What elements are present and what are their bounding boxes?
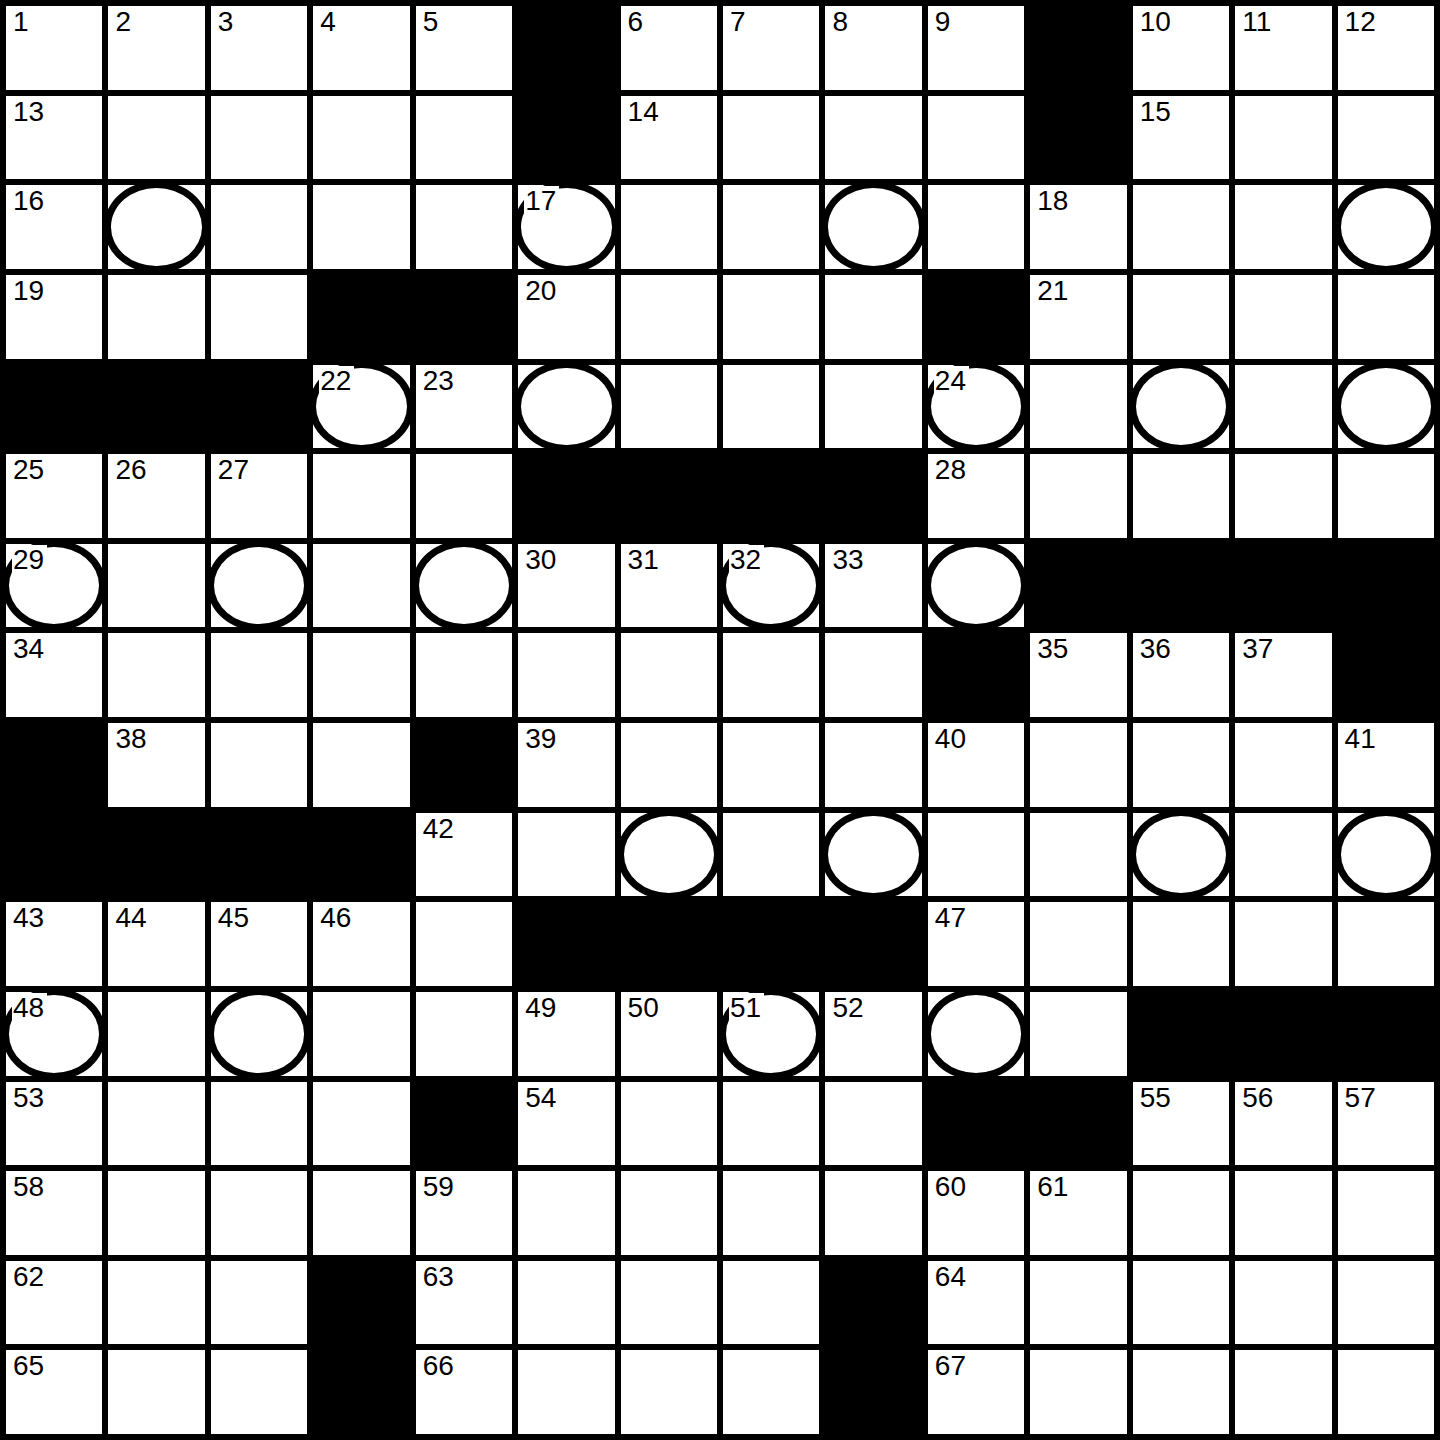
block-cell xyxy=(621,902,717,986)
letter-cell[interactable]: 52 xyxy=(825,992,921,1076)
block-cell xyxy=(825,902,921,986)
block-cell xyxy=(1030,544,1126,628)
block-cell xyxy=(1133,544,1229,628)
letter-cell[interactable] xyxy=(518,1350,614,1434)
letter-cell[interactable] xyxy=(108,544,204,628)
block-cell xyxy=(416,275,512,359)
block-cell xyxy=(1338,544,1434,628)
letter-cell[interactable]: 14 xyxy=(621,96,717,180)
clue-number: 11 xyxy=(1241,7,1274,38)
letter-cell[interactable] xyxy=(621,1082,717,1166)
clue-number: 3 xyxy=(217,7,237,38)
letter-cell[interactable] xyxy=(416,902,512,986)
letter-cell[interactable]: 26 xyxy=(108,454,204,538)
letter-cell[interactable] xyxy=(1338,454,1434,538)
letter-cell[interactable]: 47 xyxy=(928,902,1024,986)
clue-number: 1 xyxy=(12,7,32,38)
clue-number: 2 xyxy=(114,7,134,38)
letter-cell[interactable] xyxy=(313,185,409,269)
clue-number: 40 xyxy=(934,724,969,755)
clue-number: 28 xyxy=(934,455,969,486)
clue-number: 17 xyxy=(524,186,559,217)
letter-cell[interactable] xyxy=(1133,723,1229,807)
letter-cell[interactable]: 13 xyxy=(6,96,102,180)
letter-cell[interactable]: 33 xyxy=(825,544,921,628)
letter-cell[interactable]: 55 xyxy=(1133,1082,1229,1166)
letter-cell[interactable] xyxy=(621,723,717,807)
clue-number: 61 xyxy=(1036,1172,1071,1203)
letter-cell[interactable] xyxy=(211,96,307,180)
letter-cell[interactable] xyxy=(1338,185,1434,269)
clue-number: 55 xyxy=(1139,1083,1174,1114)
clue-number: 48 xyxy=(12,993,47,1024)
clue-number: 16 xyxy=(12,186,47,217)
letter-cell[interactable]: 45 xyxy=(211,902,307,986)
letter-cell[interactable] xyxy=(313,544,409,628)
letter-cell[interactable] xyxy=(621,633,717,717)
block-cell xyxy=(1235,544,1331,628)
circle-marker xyxy=(1129,809,1233,901)
letter-cell[interactable] xyxy=(108,1171,204,1255)
letter-cell[interactable] xyxy=(1235,454,1331,538)
clue-number: 5 xyxy=(422,7,442,38)
letter-cell[interactable]: 28 xyxy=(928,454,1024,538)
letter-cell[interactable] xyxy=(928,185,1024,269)
letter-cell[interactable] xyxy=(1235,1171,1331,1255)
letter-cell[interactable] xyxy=(313,633,409,717)
letter-cell[interactable]: 25 xyxy=(6,454,102,538)
letter-cell[interactable] xyxy=(108,96,204,180)
letter-cell[interactable] xyxy=(211,1082,307,1166)
circle-marker xyxy=(924,540,1028,632)
letter-cell[interactable] xyxy=(1338,275,1434,359)
block-cell xyxy=(825,1261,921,1345)
letter-cell[interactable]: 38 xyxy=(108,723,204,807)
letter-cell[interactable] xyxy=(1338,1171,1434,1255)
letter-cell[interactable] xyxy=(1133,1261,1229,1345)
clue-number: 31 xyxy=(627,545,662,576)
clue-number: 52 xyxy=(831,993,866,1024)
letter-cell[interactable] xyxy=(1338,813,1434,897)
block-cell xyxy=(313,813,409,897)
circle-marker xyxy=(821,181,925,273)
block-cell xyxy=(313,1350,409,1434)
letter-cell[interactable] xyxy=(1030,1350,1126,1434)
circle-marker xyxy=(104,181,208,273)
clue-number: 47 xyxy=(934,903,969,934)
letter-cell[interactable] xyxy=(928,813,1024,897)
block-cell xyxy=(211,813,307,897)
clue-number: 18 xyxy=(1036,186,1071,217)
clue-number: 20 xyxy=(524,276,559,307)
letter-cell[interactable]: 49 xyxy=(518,992,614,1076)
letter-cell[interactable] xyxy=(825,275,921,359)
letter-cell[interactable] xyxy=(108,185,204,269)
clue-number: 41 xyxy=(1344,724,1379,755)
letter-cell[interactable] xyxy=(825,813,921,897)
clue-number: 66 xyxy=(422,1351,457,1382)
letter-cell[interactable] xyxy=(621,365,717,449)
letter-cell[interactable] xyxy=(1235,275,1331,359)
letter-cell[interactable]: 62 xyxy=(6,1261,102,1345)
letter-cell[interactable]: 21 xyxy=(1030,275,1126,359)
letter-cell[interactable] xyxy=(1338,365,1434,449)
letter-cell[interactable] xyxy=(928,544,1024,628)
clue-number: 27 xyxy=(217,455,252,486)
block-cell xyxy=(518,454,614,538)
clue-number: 12 xyxy=(1344,7,1379,38)
block-cell xyxy=(313,275,409,359)
letter-cell[interactable] xyxy=(211,1171,307,1255)
letter-cell[interactable] xyxy=(211,992,307,1076)
letter-cell[interactable] xyxy=(518,365,614,449)
letter-cell[interactable] xyxy=(621,185,717,269)
letter-cell[interactable]: 51 xyxy=(723,992,819,1076)
letter-cell[interactable] xyxy=(1133,813,1229,897)
letter-cell[interactable]: 12 xyxy=(1338,6,1434,90)
letter-cell[interactable] xyxy=(723,1171,819,1255)
letter-cell[interactable] xyxy=(108,633,204,717)
letter-cell[interactable] xyxy=(313,992,409,1076)
letter-cell[interactable] xyxy=(211,185,307,269)
letter-cell[interactable] xyxy=(313,96,409,180)
letter-cell[interactable] xyxy=(621,1261,717,1345)
circle-marker xyxy=(1129,361,1233,453)
letter-cell[interactable]: 5 xyxy=(416,6,512,90)
letter-cell[interactable] xyxy=(1235,185,1331,269)
block-cell xyxy=(313,1261,409,1345)
circle-marker xyxy=(1334,809,1438,901)
block-cell xyxy=(518,6,614,90)
letter-cell[interactable] xyxy=(1030,992,1126,1076)
letter-cell[interactable]: 66 xyxy=(416,1350,512,1434)
block-cell xyxy=(825,454,921,538)
letter-cell[interactable] xyxy=(518,633,614,717)
crossword-board: 1234567891011121314151617181920212223242… xyxy=(0,0,1440,1440)
letter-cell[interactable] xyxy=(1133,1350,1229,1434)
clue-number: 56 xyxy=(1241,1083,1276,1114)
block-cell xyxy=(6,723,102,807)
block-cell xyxy=(1030,96,1126,180)
letter-cell[interactable] xyxy=(108,1261,204,1345)
clue-number: 46 xyxy=(319,903,354,934)
circle-marker xyxy=(1334,361,1438,453)
block-cell xyxy=(825,1350,921,1434)
block-cell xyxy=(211,365,307,449)
letter-cell[interactable]: 50 xyxy=(621,992,717,1076)
letter-cell[interactable]: 11 xyxy=(1235,6,1331,90)
letter-cell[interactable]: 27 xyxy=(211,454,307,538)
letter-cell[interactable]: 64 xyxy=(928,1261,1024,1345)
clue-number: 62 xyxy=(12,1262,47,1293)
letter-cell[interactable] xyxy=(1030,454,1126,538)
letter-cell[interactable]: 7 xyxy=(723,6,819,90)
circle-marker xyxy=(821,809,925,901)
letter-cell[interactable]: 18 xyxy=(1030,185,1126,269)
letter-cell[interactable]: 30 xyxy=(518,544,614,628)
letter-cell[interactable]: 67 xyxy=(928,1350,1024,1434)
letter-cell[interactable]: 23 xyxy=(416,365,512,449)
clue-number: 63 xyxy=(422,1262,457,1293)
letter-cell[interactable]: 41 xyxy=(1338,723,1434,807)
block-cell xyxy=(518,96,614,180)
clue-number: 25 xyxy=(12,455,47,486)
letter-cell[interactable]: 16 xyxy=(6,185,102,269)
letter-cell[interactable]: 8 xyxy=(825,6,921,90)
clue-number: 39 xyxy=(524,724,559,755)
letter-cell[interactable] xyxy=(825,365,921,449)
clue-number: 36 xyxy=(1139,634,1174,665)
letter-cell[interactable] xyxy=(1338,902,1434,986)
letter-cell[interactable] xyxy=(1030,813,1126,897)
block-cell xyxy=(108,365,204,449)
clue-number: 30 xyxy=(524,545,559,576)
letter-cell[interactable] xyxy=(1030,723,1126,807)
letter-cell[interactable]: 60 xyxy=(928,1171,1024,1255)
letter-cell[interactable] xyxy=(928,992,1024,1076)
clue-number: 13 xyxy=(12,97,47,128)
letter-cell[interactable]: 35 xyxy=(1030,633,1126,717)
clue-number: 59 xyxy=(422,1172,457,1203)
block-cell xyxy=(621,454,717,538)
letter-cell[interactable]: 22 xyxy=(313,365,409,449)
circle-marker xyxy=(1334,181,1438,273)
letter-cell[interactable] xyxy=(723,275,819,359)
letter-cell[interactable] xyxy=(1133,1171,1229,1255)
clue-number: 24 xyxy=(934,366,969,397)
clue-number: 49 xyxy=(524,993,559,1024)
letter-cell[interactable] xyxy=(108,1082,204,1166)
clue-number: 32 xyxy=(729,545,764,576)
letter-cell[interactable] xyxy=(1235,902,1331,986)
letter-cell[interactable]: 37 xyxy=(1235,633,1331,717)
letter-cell[interactable] xyxy=(416,96,512,180)
block-cell xyxy=(1133,992,1229,1076)
letter-cell[interactable]: 24 xyxy=(928,365,1024,449)
letter-cell[interactable] xyxy=(825,1171,921,1255)
clue-number: 44 xyxy=(114,903,149,934)
clue-number: 35 xyxy=(1036,634,1071,665)
letter-cell[interactable] xyxy=(416,185,512,269)
letter-cell[interactable] xyxy=(416,454,512,538)
letter-cell[interactable] xyxy=(723,1261,819,1345)
letter-cell[interactable]: 34 xyxy=(6,633,102,717)
clue-number: 60 xyxy=(934,1172,969,1203)
letter-cell[interactable]: 6 xyxy=(621,6,717,90)
block-cell xyxy=(1338,992,1434,1076)
clue-number: 34 xyxy=(12,634,47,665)
letter-cell[interactable] xyxy=(1030,902,1126,986)
block-cell xyxy=(416,723,512,807)
letter-cell[interactable] xyxy=(313,1082,409,1166)
letter-cell[interactable]: 39 xyxy=(518,723,614,807)
block-cell xyxy=(108,813,204,897)
letter-cell[interactable] xyxy=(723,365,819,449)
letter-cell[interactable]: 1 xyxy=(6,6,102,90)
clue-number: 64 xyxy=(934,1262,969,1293)
letter-cell[interactable]: 20 xyxy=(518,275,614,359)
letter-cell[interactable] xyxy=(1133,365,1229,449)
letter-cell[interactable] xyxy=(621,275,717,359)
letter-cell[interactable]: 44 xyxy=(108,902,204,986)
letter-cell[interactable] xyxy=(825,185,921,269)
letter-cell[interactable] xyxy=(1235,813,1331,897)
letter-cell[interactable]: 10 xyxy=(1133,6,1229,90)
clue-number: 4 xyxy=(319,7,339,38)
clue-number: 10 xyxy=(1139,7,1174,38)
block-cell xyxy=(518,902,614,986)
letter-cell[interactable] xyxy=(211,1350,307,1434)
clue-number: 65 xyxy=(12,1351,47,1382)
block-cell xyxy=(928,1082,1024,1166)
letter-cell[interactable]: 56 xyxy=(1235,1082,1331,1166)
letter-cell[interactable]: 29 xyxy=(6,544,102,628)
letter-cell[interactable]: 15 xyxy=(1133,96,1229,180)
letter-cell[interactable] xyxy=(211,1261,307,1345)
clue-number: 57 xyxy=(1344,1083,1379,1114)
clue-number: 33 xyxy=(831,545,866,576)
letter-cell[interactable] xyxy=(518,1261,614,1345)
clue-number: 53 xyxy=(12,1083,47,1114)
clue-number: 14 xyxy=(627,97,662,128)
clue-number: 29 xyxy=(12,545,47,576)
letter-cell[interactable] xyxy=(416,992,512,1076)
letter-cell[interactable] xyxy=(1235,1261,1331,1345)
letter-cell[interactable] xyxy=(928,96,1024,180)
letter-cell[interactable] xyxy=(1338,96,1434,180)
block-cell xyxy=(1235,992,1331,1076)
letter-cell[interactable]: 36 xyxy=(1133,633,1229,717)
block-cell xyxy=(1030,1082,1126,1166)
letter-cell[interactable]: 57 xyxy=(1338,1082,1434,1166)
clue-number: 37 xyxy=(1241,634,1276,665)
clue-number: 26 xyxy=(114,455,149,486)
circle-marker xyxy=(412,540,516,632)
letter-cell[interactable] xyxy=(313,723,409,807)
letter-cell[interactable] xyxy=(621,1350,717,1434)
letter-cell[interactable]: 42 xyxy=(416,813,512,897)
clue-number: 9 xyxy=(934,7,954,38)
letter-cell[interactable] xyxy=(723,813,819,897)
letter-cell[interactable] xyxy=(211,633,307,717)
letter-cell[interactable] xyxy=(723,96,819,180)
clue-number: 23 xyxy=(422,366,457,397)
letter-cell[interactable]: 9 xyxy=(928,6,1024,90)
clue-number: 50 xyxy=(627,993,662,1024)
block-cell xyxy=(1338,633,1434,717)
letter-cell[interactable] xyxy=(825,723,921,807)
letter-cell[interactable]: 61 xyxy=(1030,1171,1126,1255)
letter-cell[interactable]: 48 xyxy=(6,992,102,1076)
clue-number: 21 xyxy=(1036,276,1071,307)
letter-cell[interactable] xyxy=(108,275,204,359)
block-cell xyxy=(416,1082,512,1166)
circle-marker xyxy=(207,988,311,1080)
letter-cell[interactable] xyxy=(621,813,717,897)
letter-cell[interactable]: 46 xyxy=(313,902,409,986)
circle-marker xyxy=(514,361,618,453)
letter-cell[interactable] xyxy=(723,1350,819,1434)
letter-cell[interactable] xyxy=(1235,723,1331,807)
letter-cell[interactable]: 4 xyxy=(313,6,409,90)
block-cell xyxy=(928,633,1024,717)
letter-cell[interactable] xyxy=(723,1082,819,1166)
letter-cell[interactable] xyxy=(1133,454,1229,538)
letter-cell[interactable] xyxy=(1235,1350,1331,1434)
letter-cell[interactable]: 32 xyxy=(723,544,819,628)
letter-cell[interactable]: 53 xyxy=(6,1082,102,1166)
letter-cell[interactable] xyxy=(1133,275,1229,359)
letter-cell[interactable] xyxy=(723,723,819,807)
letter-cell[interactable] xyxy=(518,1171,614,1255)
clue-number: 67 xyxy=(934,1351,969,1382)
letter-cell[interactable] xyxy=(416,633,512,717)
letter-cell[interactable] xyxy=(1030,365,1126,449)
letter-cell[interactable] xyxy=(1235,96,1331,180)
letter-cell[interactable]: 63 xyxy=(416,1261,512,1345)
block-cell xyxy=(723,902,819,986)
letter-cell[interactable] xyxy=(621,1171,717,1255)
block-cell xyxy=(928,275,1024,359)
letter-cell[interactable] xyxy=(211,544,307,628)
letter-cell[interactable] xyxy=(108,1350,204,1434)
letter-cell[interactable] xyxy=(825,96,921,180)
letter-cell[interactable]: 65 xyxy=(6,1350,102,1434)
letter-cell[interactable] xyxy=(211,723,307,807)
letter-cell[interactable] xyxy=(108,992,204,1076)
letter-cell[interactable] xyxy=(825,633,921,717)
letter-cell[interactable] xyxy=(1133,902,1229,986)
letter-cell[interactable]: 40 xyxy=(928,723,1024,807)
letter-cell[interactable]: 43 xyxy=(6,902,102,986)
circle-marker xyxy=(207,540,311,632)
letter-cell[interactable]: 2 xyxy=(108,6,204,90)
letter-cell[interactable]: 54 xyxy=(518,1082,614,1166)
letter-cell[interactable] xyxy=(211,275,307,359)
letter-cell[interactable] xyxy=(313,1171,409,1255)
clue-number: 6 xyxy=(627,7,647,38)
letter-cell[interactable]: 58 xyxy=(6,1171,102,1255)
letter-cell[interactable] xyxy=(1235,365,1331,449)
letter-cell[interactable] xyxy=(1030,1261,1126,1345)
letter-cell[interactable]: 17 xyxy=(518,185,614,269)
letter-cell[interactable] xyxy=(825,1082,921,1166)
block-cell xyxy=(723,454,819,538)
circle-marker xyxy=(617,809,721,901)
letter-cell[interactable] xyxy=(723,185,819,269)
letter-cell[interactable] xyxy=(416,544,512,628)
letter-cell[interactable]: 19 xyxy=(6,275,102,359)
letter-cell[interactable] xyxy=(1338,1261,1434,1345)
clue-number: 58 xyxy=(12,1172,47,1203)
letter-cell[interactable] xyxy=(313,454,409,538)
clue-number: 19 xyxy=(12,276,47,307)
letter-cell[interactable]: 3 xyxy=(211,6,307,90)
clue-number: 38 xyxy=(114,724,149,755)
letter-cell[interactable]: 31 xyxy=(621,544,717,628)
clue-number: 43 xyxy=(12,903,47,934)
clue-number: 7 xyxy=(729,7,749,38)
letter-cell[interactable] xyxy=(1133,185,1229,269)
letter-cell[interactable]: 59 xyxy=(416,1171,512,1255)
clue-number: 22 xyxy=(319,366,354,397)
circle-marker xyxy=(924,988,1028,1080)
letter-cell[interactable] xyxy=(1338,1350,1434,1434)
letter-cell[interactable] xyxy=(518,813,614,897)
letter-cell[interactable] xyxy=(723,633,819,717)
clue-number: 15 xyxy=(1139,97,1174,128)
clue-number: 51 xyxy=(729,993,764,1024)
